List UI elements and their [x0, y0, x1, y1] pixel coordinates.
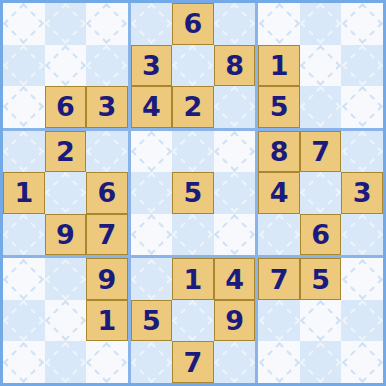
diamond-pattern — [259, 214, 300, 255]
diamond-pattern — [3, 342, 44, 383]
given-cell-r4c8: 7 — [300, 131, 342, 173]
sudoku-board: 63638421521697587436911459775 — [0, 0, 386, 386]
empty-cell-r8c1[interactable] — [3, 300, 45, 342]
given-cell-r7c8: 5 — [300, 258, 342, 300]
diamond-pattern — [3, 131, 44, 172]
diamond-pattern — [45, 3, 86, 44]
diamond-pattern — [131, 3, 172, 44]
empty-cell-r5c6[interactable] — [214, 172, 256, 214]
diamond-pattern — [131, 214, 172, 255]
box-3: 15 — [258, 3, 383, 128]
empty-cell-r1c8[interactable] — [300, 3, 342, 45]
given-cell-r6c3: 7 — [86, 214, 128, 256]
given-cell-r2c6: 8 — [214, 45, 256, 87]
diamond-pattern — [3, 300, 44, 341]
diamond-pattern — [214, 342, 255, 383]
given-cell-r8c3: 1 — [86, 300, 128, 342]
empty-cell-r9c2[interactable] — [45, 341, 87, 383]
given-cell-r5c5: 5 — [172, 172, 214, 214]
empty-cell-r2c5[interactable] — [172, 45, 214, 87]
empty-cell-r1c3[interactable] — [86, 3, 128, 45]
diamond-pattern — [300, 3, 341, 44]
given-cell-r5c7: 4 — [258, 172, 300, 214]
diamond-pattern — [3, 259, 44, 300]
diamond-pattern — [214, 131, 255, 172]
diamond-pattern — [131, 172, 172, 213]
empty-cell-r1c9[interactable] — [341, 3, 383, 45]
diamond-pattern — [45, 300, 86, 341]
diamond-pattern — [3, 45, 44, 86]
diamond-pattern — [300, 86, 341, 127]
diamond-pattern — [342, 45, 383, 86]
diamond-pattern — [131, 131, 172, 172]
diamond-pattern — [300, 172, 341, 213]
diamond-pattern — [342, 86, 383, 127]
empty-cell-r3c8[interactable] — [300, 86, 342, 128]
empty-cell-r9c7[interactable] — [258, 341, 300, 383]
given-cell-r3c7: 5 — [258, 86, 300, 128]
diamond-pattern — [342, 131, 383, 172]
diamond-pattern — [259, 342, 300, 383]
box-5: 5 — [131, 131, 256, 256]
empty-cell-r9c4[interactable] — [131, 341, 173, 383]
box-8: 14597 — [131, 258, 256, 383]
empty-cell-r3c9[interactable] — [341, 86, 383, 128]
given-cell-r5c9: 3 — [341, 172, 383, 214]
diamond-pattern — [3, 86, 44, 127]
given-cell-r7c5: 1 — [172, 258, 214, 300]
given-cell-r3c2: 6 — [45, 86, 87, 128]
given-cell-r6c8: 6 — [300, 214, 342, 256]
diamond-pattern — [3, 3, 44, 44]
given-cell-r3c4: 4 — [131, 86, 173, 128]
given-cell-r7c6: 4 — [214, 258, 256, 300]
empty-cell-r1c2[interactable] — [45, 3, 87, 45]
given-cell-r6c2: 9 — [45, 214, 87, 256]
box-1: 63 — [3, 3, 128, 128]
diamond-pattern — [342, 259, 383, 300]
diamond-pattern — [259, 3, 300, 44]
given-cell-r4c2: 2 — [45, 131, 87, 173]
diamond-pattern — [172, 45, 213, 86]
empty-cell-r5c8[interactable] — [300, 172, 342, 214]
empty-cell-r3c1[interactable] — [3, 86, 45, 128]
empty-cell-r6c9[interactable] — [341, 214, 383, 256]
given-cell-r3c5: 2 — [172, 86, 214, 128]
diamond-pattern — [172, 214, 213, 255]
diamond-pattern — [131, 259, 172, 300]
empty-cell-r6c5[interactable] — [172, 214, 214, 256]
empty-cell-r3c6[interactable] — [214, 86, 256, 128]
sudoku-grid: 63638421521697587436911459775 — [3, 3, 383, 383]
diamond-pattern — [45, 259, 86, 300]
empty-cell-r7c9[interactable] — [341, 258, 383, 300]
diamond-pattern — [214, 86, 255, 127]
empty-cell-r2c2[interactable] — [45, 45, 87, 87]
diamond-pattern — [214, 172, 255, 213]
given-cell-r2c4: 3 — [131, 45, 173, 87]
diamond-pattern — [45, 45, 86, 86]
empty-cell-r1c1[interactable] — [3, 3, 45, 45]
given-cell-r8c6: 9 — [214, 300, 256, 342]
empty-cell-r2c8[interactable] — [300, 45, 342, 87]
diamond-pattern — [259, 300, 300, 341]
empty-cell-r8c2[interactable] — [45, 300, 87, 342]
diamond-pattern — [45, 342, 86, 383]
diamond-pattern — [172, 131, 213, 172]
empty-cell-r1c6[interactable] — [214, 3, 256, 45]
empty-cell-r2c9[interactable] — [341, 45, 383, 87]
diamond-pattern — [300, 45, 341, 86]
empty-cell-r6c4[interactable] — [131, 214, 173, 256]
given-cell-r5c3: 6 — [86, 172, 128, 214]
given-cell-r2c7: 1 — [258, 45, 300, 87]
diamond-pattern — [131, 342, 172, 383]
given-cell-r7c7: 7 — [258, 258, 300, 300]
empty-cell-r8c8[interactable] — [300, 300, 342, 342]
diamond-pattern — [342, 342, 383, 383]
empty-cell-r5c2[interactable] — [45, 172, 87, 214]
diamond-pattern — [45, 172, 86, 213]
diamond-pattern — [86, 131, 127, 172]
empty-cell-r9c9[interactable] — [341, 341, 383, 383]
given-cell-r5c1: 1 — [3, 172, 45, 214]
empty-cell-r4c1[interactable] — [3, 131, 45, 173]
empty-cell-r4c3[interactable] — [86, 131, 128, 173]
empty-cell-r2c3[interactable] — [86, 45, 128, 87]
given-cell-r7c3: 9 — [86, 258, 128, 300]
diamond-pattern — [86, 3, 127, 44]
empty-cell-r9c6[interactable] — [214, 341, 256, 383]
diamond-pattern — [214, 214, 255, 255]
empty-cell-r6c1[interactable] — [3, 214, 45, 256]
given-cell-r1c5: 6 — [172, 3, 214, 45]
box-7: 91 — [3, 258, 128, 383]
given-cell-r4c7: 8 — [258, 131, 300, 173]
empty-cell-r4c9[interactable] — [341, 131, 383, 173]
diamond-pattern — [342, 214, 383, 255]
given-cell-r8c4: 5 — [131, 300, 173, 342]
diamond-pattern — [300, 300, 341, 341]
empty-cell-r7c1[interactable] — [3, 258, 45, 300]
box-4: 21697 — [3, 131, 128, 256]
empty-cell-r2c1[interactable] — [3, 45, 45, 87]
empty-cell-r8c9[interactable] — [341, 300, 383, 342]
diamond-pattern — [172, 300, 213, 341]
empty-cell-r8c5[interactable] — [172, 300, 214, 342]
empty-cell-r7c2[interactable] — [45, 258, 87, 300]
empty-cell-r4c4[interactable] — [131, 131, 173, 173]
empty-cell-r5c4[interactable] — [131, 172, 173, 214]
diamond-pattern — [300, 342, 341, 383]
given-cell-r9c5: 7 — [172, 341, 214, 383]
empty-cell-r8c7[interactable] — [258, 300, 300, 342]
empty-cell-r6c7[interactable] — [258, 214, 300, 256]
diamond-pattern — [86, 45, 127, 86]
box-6: 87436 — [258, 131, 383, 256]
diamond-pattern — [214, 3, 255, 44]
box-9: 75 — [258, 258, 383, 383]
empty-cell-r9c1[interactable] — [3, 341, 45, 383]
empty-cell-r1c7[interactable] — [258, 3, 300, 45]
box-2: 63842 — [131, 3, 256, 128]
diamond-pattern — [86, 342, 127, 383]
empty-cell-r9c3[interactable] — [86, 341, 128, 383]
empty-cell-r6c6[interactable] — [214, 214, 256, 256]
diamond-pattern — [3, 214, 44, 255]
empty-cell-r7c4[interactable] — [131, 258, 173, 300]
diamond-pattern — [342, 300, 383, 341]
empty-cell-r4c6[interactable] — [214, 131, 256, 173]
diamond-pattern — [342, 3, 383, 44]
empty-cell-r9c8[interactable] — [300, 341, 342, 383]
empty-cell-r1c4[interactable] — [131, 3, 173, 45]
given-cell-r3c3: 3 — [86, 86, 128, 128]
empty-cell-r4c5[interactable] — [172, 131, 214, 173]
